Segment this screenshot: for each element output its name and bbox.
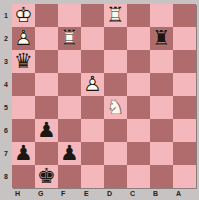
square-f3[interactable] [58,50,81,73]
file-label-d: D [104,188,127,200]
square-b3[interactable] [150,50,173,73]
piece-white-rook[interactable]: ♖ [58,27,81,50]
piece-white-pawn[interactable]: ♙ [12,27,35,50]
file-label-h: H [12,188,35,200]
square-a4[interactable] [173,73,196,96]
piece-white-rook-fill: ♜ [104,4,127,27]
square-b2[interactable]: ♜ [150,27,173,50]
rank-label-7: 7 [0,142,12,165]
square-d5[interactable]: ♞♘ [104,96,127,119]
square-a5[interactable] [173,96,196,119]
square-d7[interactable] [104,142,127,165]
square-g3[interactable] [35,50,58,73]
square-e7[interactable] [81,142,104,165]
square-a7[interactable] [173,142,196,165]
piece-white-knight-fill: ♞ [104,96,127,119]
file-label-b: B [150,188,173,200]
square-h6[interactable] [12,119,35,142]
square-b8[interactable] [150,165,173,188]
square-a3[interactable] [173,50,196,73]
square-a2[interactable] [173,27,196,50]
square-c7[interactable] [127,142,150,165]
rank-label-4: 4 [0,73,12,96]
square-c3[interactable] [127,50,150,73]
square-g5[interactable] [35,96,58,119]
rank-label-5: 5 [0,96,12,119]
piece-black-king[interactable]: ♚ [35,165,58,188]
square-a1[interactable] [173,4,196,27]
chess-board: ♚♔♜♖♟♙♜♖♜♛♟♙♞♘♟♟♟♚ [12,4,196,188]
piece-white-pawn-fill: ♟ [12,27,35,50]
square-f5[interactable] [58,96,81,119]
square-c8[interactable] [127,165,150,188]
square-h3[interactable]: ♛ [12,50,35,73]
square-b1[interactable] [150,4,173,27]
square-f2[interactable]: ♜♖ [58,27,81,50]
square-h8[interactable] [12,165,35,188]
square-b6[interactable] [150,119,173,142]
rank-label-1: 1 [0,4,12,27]
square-e8[interactable] [81,165,104,188]
piece-white-king[interactable]: ♔ [12,4,35,27]
square-c6[interactable] [127,119,150,142]
square-b7[interactable] [150,142,173,165]
square-g2[interactable] [35,27,58,50]
piece-white-rook-fill: ♜ [58,27,81,50]
square-h2[interactable]: ♟♙ [12,27,35,50]
square-g6[interactable]: ♟ [35,119,58,142]
square-e3[interactable] [81,50,104,73]
piece-black-pawn[interactable]: ♟ [58,142,81,165]
piece-black-pawn[interactable]: ♟ [35,119,58,142]
square-d6[interactable] [104,119,127,142]
square-h5[interactable] [12,96,35,119]
square-d4[interactable] [104,73,127,96]
rank-label-6: 6 [0,119,12,142]
file-label-a: A [173,188,196,200]
piece-white-pawn[interactable]: ♙ [81,73,104,96]
square-e5[interactable] [81,96,104,119]
square-c2[interactable] [127,27,150,50]
square-h1[interactable]: ♚♔ [12,4,35,27]
square-b4[interactable] [150,73,173,96]
square-f4[interactable] [58,73,81,96]
square-c1[interactable] [127,4,150,27]
square-a8[interactable] [173,165,196,188]
piece-black-queen[interactable]: ♛ [12,50,35,73]
piece-white-king-fill: ♚ [12,4,35,27]
piece-black-pawn[interactable]: ♟ [12,142,35,165]
square-e4[interactable]: ♟♙ [81,73,104,96]
square-h7[interactable]: ♟ [12,142,35,165]
square-c5[interactable] [127,96,150,119]
file-label-e: E [81,188,104,200]
file-label-f: F [58,188,81,200]
square-e6[interactable] [81,119,104,142]
square-f8[interactable] [58,165,81,188]
square-g1[interactable] [35,4,58,27]
square-e1[interactable] [81,4,104,27]
square-h4[interactable] [12,73,35,96]
square-c4[interactable] [127,73,150,96]
chess-diagram-panel: ♚♔♜♖♟♙♜♖♜♛♟♙♞♘♟♟♟♚ 12345678HGFEDCBA [0,0,199,200]
piece-black-rook[interactable]: ♜ [150,27,173,50]
square-f6[interactable] [58,119,81,142]
piece-white-pawn-fill: ♟ [81,73,104,96]
square-d2[interactable] [104,27,127,50]
square-e2[interactable] [81,27,104,50]
square-f7[interactable]: ♟ [58,142,81,165]
square-d3[interactable] [104,50,127,73]
piece-white-knight[interactable]: ♘ [104,96,127,119]
piece-white-rook[interactable]: ♖ [104,4,127,27]
square-d8[interactable] [104,165,127,188]
rank-label-3: 3 [0,50,12,73]
file-label-c: C [127,188,150,200]
square-a6[interactable] [173,119,196,142]
square-g4[interactable] [35,73,58,96]
rank-label-2: 2 [0,27,12,50]
square-g8[interactable]: ♚ [35,165,58,188]
square-b5[interactable] [150,96,173,119]
square-d1[interactable]: ♜♖ [104,4,127,27]
file-label-g: G [35,188,58,200]
square-g7[interactable] [35,142,58,165]
square-f1[interactable] [58,4,81,27]
rank-label-8: 8 [0,165,12,188]
